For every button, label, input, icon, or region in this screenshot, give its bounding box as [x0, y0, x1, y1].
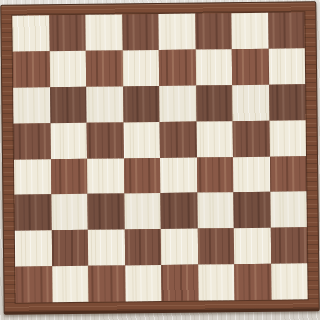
square-h3[interactable] [270, 192, 307, 228]
square-d1[interactable] [125, 265, 162, 301]
square-f3[interactable] [197, 193, 234, 229]
chess-board [0, 1, 319, 315]
square-h7[interactable] [268, 48, 305, 84]
square-f8[interactable] [195, 13, 232, 49]
square-g2[interactable] [234, 228, 271, 264]
square-f2[interactable] [197, 228, 234, 264]
square-g3[interactable] [233, 192, 270, 228]
table-surface [0, 0, 320, 320]
square-d6[interactable] [123, 86, 160, 122]
square-c4[interactable] [87, 158, 124, 194]
square-c1[interactable] [88, 266, 125, 302]
square-e5[interactable] [160, 121, 197, 157]
square-c6[interactable] [86, 86, 123, 122]
square-b3[interactable] [51, 194, 88, 230]
square-c3[interactable] [87, 194, 124, 230]
square-h2[interactable] [270, 228, 307, 264]
square-a4[interactable] [14, 159, 51, 195]
square-h8[interactable] [268, 12, 305, 48]
square-f7[interactable] [195, 49, 232, 85]
square-a8[interactable] [12, 15, 49, 51]
square-b5[interactable] [50, 122, 87, 158]
square-e4[interactable] [160, 157, 197, 193]
square-g5[interactable] [233, 120, 270, 156]
square-g6[interactable] [232, 85, 269, 121]
square-h6[interactable] [269, 84, 306, 120]
square-h4[interactable] [269, 156, 306, 192]
square-e3[interactable] [160, 193, 197, 229]
square-e2[interactable] [161, 229, 198, 265]
square-f6[interactable] [196, 85, 233, 121]
square-c5[interactable] [87, 122, 124, 158]
square-f4[interactable] [196, 157, 233, 193]
square-d8[interactable] [122, 14, 159, 50]
square-h5[interactable] [269, 120, 306, 156]
square-d2[interactable] [124, 229, 161, 265]
square-f5[interactable] [196, 121, 233, 157]
board-grid [12, 12, 307, 302]
square-b4[interactable] [51, 158, 88, 194]
square-b7[interactable] [49, 51, 86, 87]
square-a3[interactable] [14, 195, 51, 231]
square-b1[interactable] [52, 266, 89, 302]
square-g8[interactable] [231, 13, 268, 49]
square-e6[interactable] [159, 85, 196, 121]
square-a2[interactable] [15, 230, 52, 266]
square-a6[interactable] [13, 87, 50, 123]
square-h1[interactable] [271, 263, 308, 299]
square-b8[interactable] [49, 15, 86, 51]
square-c7[interactable] [86, 50, 123, 86]
square-c2[interactable] [88, 230, 125, 266]
square-d4[interactable] [123, 158, 160, 194]
square-d5[interactable] [123, 122, 160, 158]
square-a1[interactable] [15, 266, 52, 302]
square-e1[interactable] [161, 265, 198, 301]
square-b2[interactable] [51, 230, 88, 266]
square-d3[interactable] [124, 193, 161, 229]
square-g1[interactable] [234, 264, 271, 300]
square-d7[interactable] [122, 50, 159, 86]
square-g7[interactable] [232, 49, 269, 85]
square-a7[interactable] [13, 51, 50, 87]
square-e7[interactable] [159, 49, 196, 85]
square-f1[interactable] [198, 264, 235, 300]
square-c8[interactable] [85, 14, 122, 50]
square-e8[interactable] [158, 14, 195, 50]
square-a5[interactable] [14, 123, 51, 159]
square-g4[interactable] [233, 156, 270, 192]
square-b6[interactable] [50, 87, 87, 123]
